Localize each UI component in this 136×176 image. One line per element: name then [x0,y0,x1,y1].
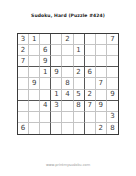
sudoku-cell-r6c2[interactable] [29,90,40,101]
sudoku-cell-r3c8[interactable] [96,56,107,67]
sudoku-sheet: Sudoku, Hard (Puzzle #424) 3127261791926… [0,0,136,176]
sudoku-cell-r3c9[interactable] [107,56,118,67]
sudoku-cell-r4c3[interactable]: 1 [40,67,51,78]
sudoku-cell-r6c7[interactable]: 2 [85,90,96,101]
sudoku-cell-r8c5[interactable] [62,112,73,123]
sudoku-cell-r1c3[interactable] [40,34,51,45]
sudoku-cell-r5c9[interactable] [107,78,118,89]
sudoku-cell-r3c6[interactable] [74,56,85,67]
sudoku-cell-r9c6[interactable] [74,123,85,134]
sudoku-cell-r9c1[interactable]: 6 [18,123,29,134]
sudoku-cell-r2c3[interactable]: 6 [40,45,51,56]
sudoku-cell-r6c9[interactable]: 9 [107,90,118,101]
sudoku-cell-r6c3[interactable] [40,90,51,101]
sudoku-cell-r5c8[interactable]: 7 [96,78,107,89]
sudoku-cell-r8c9[interactable]: 3 [107,112,118,123]
sudoku-cell-r6c4[interactable]: 1 [51,90,62,101]
sudoku-cell-r4c7[interactable]: 6 [85,67,96,78]
sudoku-cell-r4c2[interactable] [29,67,40,78]
sudoku-cell-r5c2[interactable]: 9 [29,78,40,89]
puzzle-title: Sudoku, Hard (Puzzle #424) [0,13,136,18]
sudoku-cell-r1c8[interactable] [96,34,107,45]
sudoku-cell-r5c4[interactable] [51,78,62,89]
sudoku-cell-r2c8[interactable] [96,45,107,56]
sudoku-cell-r4c1[interactable] [18,67,29,78]
sudoku-cell-r3c1[interactable]: 7 [18,56,29,67]
sudoku-cell-r8c7[interactable] [85,112,96,123]
sudoku-cell-r4c6[interactable]: 2 [74,67,85,78]
sudoku-cell-r4c5[interactable] [62,67,73,78]
sudoku-cell-r6c6[interactable]: 5 [74,90,85,101]
sudoku-cell-r9c5[interactable] [62,123,73,134]
sudoku-cell-r1c7[interactable] [85,34,96,45]
sudoku-cell-r3c2[interactable] [29,56,40,67]
sudoku-cell-r6c8[interactable] [96,90,107,101]
sudoku-cell-r8c8[interactable] [96,112,107,123]
sudoku-cell-r3c4[interactable] [51,56,62,67]
sudoku-cell-r1c5[interactable]: 2 [62,34,73,45]
sudoku-cell-r1c6[interactable] [74,34,85,45]
sudoku-cell-r7c8[interactable]: 9 [96,101,107,112]
sudoku-cell-r9c8[interactable]: 2 [96,123,107,134]
page-footer-url: www.printmysudoku.com [0,163,136,167]
sudoku-cell-r2c1[interactable]: 2 [18,45,29,56]
sudoku-cell-r5c1[interactable] [18,78,29,89]
sudoku-cell-r4c9[interactable] [107,67,118,78]
sudoku-cell-r9c4[interactable] [51,123,62,134]
sudoku-cell-r2c6[interactable]: 1 [74,45,85,56]
sudoku-cell-r1c2[interactable]: 1 [29,34,40,45]
sudoku-cell-r9c2[interactable] [29,123,40,134]
sudoku-cell-r2c4[interactable] [51,45,62,56]
sudoku-cell-r5c5[interactable]: 8 [62,78,73,89]
sudoku-cell-r2c7[interactable] [85,45,96,56]
sudoku-cell-r7c3[interactable]: 4 [40,101,51,112]
sudoku-cell-r4c4[interactable]: 9 [51,67,62,78]
sudoku-cell-r3c7[interactable] [85,56,96,67]
sudoku-cell-r8c3[interactable] [40,112,51,123]
sudoku-cell-r7c1[interactable] [18,101,29,112]
sudoku-cell-r1c9[interactable]: 7 [107,34,118,45]
sudoku-cell-r4c8[interactable] [96,67,107,78]
sudoku-cell-r5c7[interactable] [85,78,96,89]
sudoku-cell-r5c6[interactable] [74,78,85,89]
sudoku-cell-r7c6[interactable]: 8 [74,101,85,112]
sudoku-cell-r9c7[interactable] [85,123,96,134]
sudoku-cell-r1c4[interactable] [51,34,62,45]
sudoku-grid: 312726179192698714529438793628 [17,33,119,135]
sudoku-cell-r8c2[interactable] [29,112,40,123]
sudoku-cell-r1c1[interactable]: 3 [18,34,29,45]
sudoku-cell-r7c4[interactable]: 3 [51,101,62,112]
sudoku-cell-r2c5[interactable] [62,45,73,56]
sudoku-cell-r7c9[interactable] [107,101,118,112]
sudoku-cell-r2c9[interactable] [107,45,118,56]
sudoku-cell-r6c1[interactable] [18,90,29,101]
sudoku-cell-r8c1[interactable] [18,112,29,123]
sudoku-cell-r8c4[interactable] [51,112,62,123]
sudoku-cell-r3c5[interactable] [62,56,73,67]
sudoku-cell-r7c2[interactable] [29,101,40,112]
sudoku-cell-r7c7[interactable]: 7 [85,101,96,112]
sudoku-cell-r8c6[interactable] [74,112,85,123]
sudoku-cell-r9c9[interactable]: 8 [107,123,118,134]
sudoku-cell-r5c3[interactable] [40,78,51,89]
sudoku-cell-r7c5[interactable] [62,101,73,112]
sudoku-cell-r9c3[interactable] [40,123,51,134]
sudoku-cell-r6c5[interactable]: 4 [62,90,73,101]
sudoku-cell-r3c3[interactable]: 9 [40,56,51,67]
sudoku-cell-r2c2[interactable] [29,45,40,56]
